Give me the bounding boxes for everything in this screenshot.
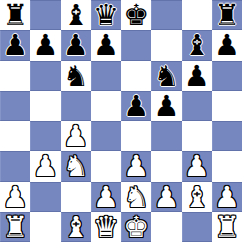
- square-b2[interactable]: [30, 182, 60, 212]
- square-e6[interactable]: [121, 61, 151, 91]
- square-a4[interactable]: [0, 121, 30, 151]
- square-b7[interactable]: ♟: [30, 30, 60, 60]
- square-a5[interactable]: [0, 91, 30, 121]
- square-c7[interactable]: ♟: [61, 30, 91, 60]
- square-h7[interactable]: ♟: [212, 30, 242, 60]
- square-f4[interactable]: [151, 121, 181, 151]
- piece-white-rook[interactable]: ♜: [214, 212, 240, 242]
- square-d1[interactable]: ♛: [91, 212, 121, 242]
- square-c2[interactable]: [61, 182, 91, 212]
- piece-black-pawn[interactable]: ♟: [123, 91, 149, 121]
- square-g2[interactable]: ♝: [182, 182, 212, 212]
- square-h2[interactable]: ♟: [212, 182, 242, 212]
- square-g1[interactable]: [182, 212, 212, 242]
- square-d6[interactable]: [91, 61, 121, 91]
- square-g7[interactable]: ♝: [182, 30, 212, 60]
- piece-black-pawn[interactable]: ♟: [63, 30, 89, 60]
- piece-white-pawn[interactable]: ♟: [153, 182, 179, 212]
- square-e7[interactable]: [121, 30, 151, 60]
- piece-white-king[interactable]: ♚: [123, 212, 149, 242]
- square-f7[interactable]: [151, 30, 181, 60]
- piece-white-queen[interactable]: ♛: [93, 212, 119, 242]
- piece-white-bishop[interactable]: ♝: [63, 212, 89, 242]
- square-e5[interactable]: ♟: [121, 91, 151, 121]
- square-c8[interactable]: ♝: [61, 0, 91, 30]
- square-d5[interactable]: [91, 91, 121, 121]
- square-a2[interactable]: ♟: [0, 182, 30, 212]
- square-c4[interactable]: ♟: [61, 121, 91, 151]
- square-d4[interactable]: [91, 121, 121, 151]
- square-b8[interactable]: [30, 0, 60, 30]
- square-c5[interactable]: [61, 91, 91, 121]
- piece-white-pawn[interactable]: ♟: [184, 151, 210, 181]
- square-e2[interactable]: ♞: [121, 182, 151, 212]
- piece-black-pawn[interactable]: ♟: [32, 30, 58, 60]
- square-g4[interactable]: [182, 121, 212, 151]
- piece-black-bishop[interactable]: ♝: [63, 0, 89, 30]
- square-b3[interactable]: ♟: [30, 151, 60, 181]
- piece-black-bishop[interactable]: ♝: [184, 30, 210, 60]
- piece-white-pawn[interactable]: ♟: [214, 182, 240, 212]
- square-e1[interactable]: ♚: [121, 212, 151, 242]
- piece-white-pawn[interactable]: ♟: [32, 151, 58, 181]
- square-g8[interactable]: [182, 0, 212, 30]
- square-f2[interactable]: ♟: [151, 182, 181, 212]
- piece-white-bishop[interactable]: ♝: [184, 182, 210, 212]
- square-g5[interactable]: [182, 91, 212, 121]
- square-c1[interactable]: ♝: [61, 212, 91, 242]
- square-g6[interactable]: ♟: [182, 61, 212, 91]
- chess-board: ♜♝♛♚♜♟♟♟♟♝♟♞♞♟♟♟♟♟♞♟♟♟♟♞♟♝♟♜♝♛♚♜: [0, 0, 242, 242]
- piece-white-knight[interactable]: ♞: [63, 151, 89, 181]
- piece-black-knight[interactable]: ♞: [153, 61, 179, 91]
- square-f3[interactable]: [151, 151, 181, 181]
- square-a3[interactable]: [0, 151, 30, 181]
- piece-black-queen[interactable]: ♛: [93, 0, 119, 30]
- square-d7[interactable]: ♟: [91, 30, 121, 60]
- piece-black-rook[interactable]: ♜: [214, 0, 240, 30]
- square-f1[interactable]: [151, 212, 181, 242]
- square-a8[interactable]: ♜: [0, 0, 30, 30]
- piece-black-pawn[interactable]: ♟: [93, 30, 119, 60]
- square-c3[interactable]: ♞: [61, 151, 91, 181]
- square-d3[interactable]: [91, 151, 121, 181]
- square-h5[interactable]: [212, 91, 242, 121]
- piece-white-pawn[interactable]: ♟: [93, 182, 119, 212]
- square-f8[interactable]: [151, 0, 181, 30]
- square-g3[interactable]: ♟: [182, 151, 212, 181]
- square-b4[interactable]: [30, 121, 60, 151]
- square-h3[interactable]: [212, 151, 242, 181]
- piece-black-rook[interactable]: ♜: [2, 0, 28, 30]
- piece-black-pawn[interactable]: ♟: [2, 30, 28, 60]
- square-h8[interactable]: ♜: [212, 0, 242, 30]
- square-a1[interactable]: ♜: [0, 212, 30, 242]
- piece-black-pawn[interactable]: ♟: [184, 61, 210, 91]
- square-f5[interactable]: ♟: [151, 91, 181, 121]
- square-b1[interactable]: [30, 212, 60, 242]
- piece-white-rook[interactable]: ♜: [2, 212, 28, 242]
- square-e8[interactable]: ♚: [121, 0, 151, 30]
- piece-black-pawn[interactable]: ♟: [214, 30, 240, 60]
- piece-black-pawn[interactable]: ♟: [153, 91, 179, 121]
- piece-white-pawn[interactable]: ♟: [63, 121, 89, 151]
- square-e4[interactable]: [121, 121, 151, 151]
- square-d8[interactable]: ♛: [91, 0, 121, 30]
- square-f6[interactable]: ♞: [151, 61, 181, 91]
- piece-white-pawn[interactable]: ♟: [123, 151, 149, 181]
- square-a7[interactable]: ♟: [0, 30, 30, 60]
- piece-white-knight[interactable]: ♞: [123, 182, 149, 212]
- square-h4[interactable]: [212, 121, 242, 151]
- square-h1[interactable]: ♜: [212, 212, 242, 242]
- square-h6[interactable]: [212, 61, 242, 91]
- piece-white-pawn[interactable]: ♟: [2, 182, 28, 212]
- square-b5[interactable]: [30, 91, 60, 121]
- piece-black-king[interactable]: ♚: [123, 0, 149, 30]
- square-c6[interactable]: ♞: [61, 61, 91, 91]
- piece-black-knight[interactable]: ♞: [63, 61, 89, 91]
- square-b6[interactable]: [30, 61, 60, 91]
- square-d2[interactable]: ♟: [91, 182, 121, 212]
- square-e3[interactable]: ♟: [121, 151, 151, 181]
- square-a6[interactable]: [0, 61, 30, 91]
